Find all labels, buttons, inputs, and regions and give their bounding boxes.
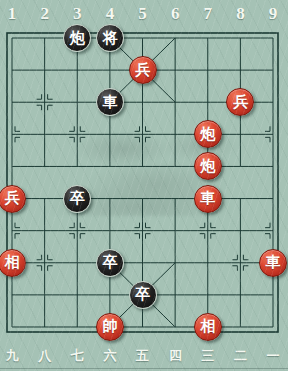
piece-red-soldier-3[interactable]: 兵 [0, 185, 26, 213]
piece-black-general[interactable]: 将 [96, 24, 124, 52]
piece-char: 帥 [102, 319, 117, 334]
piece-char: 卒 [70, 191, 85, 206]
piece-red-chariot-1[interactable]: 車 [194, 185, 222, 213]
piece-char: 卒 [102, 255, 117, 270]
piece-char: 相 [200, 319, 215, 334]
piece-char: 炮 [70, 31, 85, 46]
piece-red-marshal[interactable]: 帥 [96, 313, 124, 341]
piece-char: 将 [102, 31, 117, 46]
piece-char: 炮 [200, 127, 215, 142]
xiangqi-board-app: 123456789 九八七六五四三二一 炮将兵車兵炮炮兵卒車相卒車卒帥相 [0, 0, 288, 371]
piece-char: 兵 [135, 63, 150, 78]
piece-char: 兵 [5, 191, 20, 206]
piece-black-soldier-2[interactable]: 卒 [96, 249, 124, 277]
piece-red-cannon-2[interactable]: 炮 [194, 152, 222, 180]
piece-char: 相 [5, 255, 20, 270]
piece-black-soldier-1[interactable]: 卒 [63, 185, 91, 213]
piece-black-chariot[interactable]: 車 [96, 88, 124, 116]
piece-black-soldier-3[interactable]: 卒 [129, 281, 157, 309]
piece-char: 車 [266, 255, 281, 270]
piece-char: 車 [200, 191, 215, 206]
piece-red-elephant-2[interactable]: 相 [194, 313, 222, 341]
piece-red-elephant-1[interactable]: 相 [0, 249, 26, 277]
piece-red-chariot-2[interactable]: 車 [259, 249, 287, 277]
piece-char: 兵 [233, 95, 248, 110]
piece-red-soldier-1[interactable]: 兵 [129, 56, 157, 84]
piece-char: 車 [102, 95, 117, 110]
piece-red-cannon-1[interactable]: 炮 [194, 120, 222, 148]
piece-char: 炮 [200, 159, 215, 174]
piece-char: 卒 [135, 287, 150, 302]
